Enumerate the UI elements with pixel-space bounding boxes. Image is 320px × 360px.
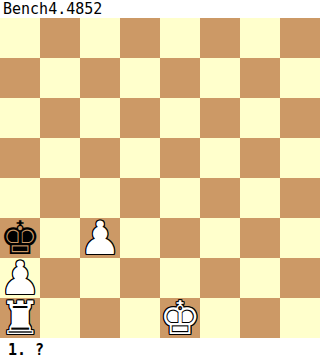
square-b3[interactable] <box>40 218 80 258</box>
square-d6[interactable] <box>120 98 160 138</box>
square-f7[interactable] <box>200 58 240 98</box>
square-g6[interactable] <box>240 98 280 138</box>
square-e6[interactable] <box>160 98 200 138</box>
square-e3[interactable] <box>160 218 200 258</box>
square-h3[interactable] <box>280 218 320 258</box>
square-e1[interactable]: ♚ <box>160 298 200 338</box>
square-b6[interactable] <box>40 98 80 138</box>
square-c5[interactable] <box>80 138 120 178</box>
square-c8[interactable] <box>80 18 120 58</box>
square-h1[interactable] <box>280 298 320 338</box>
square-d2[interactable] <box>120 258 160 298</box>
square-e5[interactable] <box>160 138 200 178</box>
square-e8[interactable] <box>160 18 200 58</box>
square-d1[interactable] <box>120 298 160 338</box>
square-b8[interactable] <box>40 18 80 58</box>
square-f1[interactable] <box>200 298 240 338</box>
square-e4[interactable] <box>160 178 200 218</box>
piece-white-king-e1[interactable]: ♚ <box>159 295 200 341</box>
square-c6[interactable] <box>80 98 120 138</box>
square-b1[interactable] <box>40 298 80 338</box>
piece-white-pawn-c3[interactable]: ♟ <box>79 215 120 261</box>
square-f5[interactable] <box>200 138 240 178</box>
square-d4[interactable] <box>120 178 160 218</box>
square-b2[interactable] <box>40 258 80 298</box>
square-e7[interactable] <box>160 58 200 98</box>
square-c1[interactable] <box>80 298 120 338</box>
square-g1[interactable] <box>240 298 280 338</box>
square-g7[interactable] <box>240 58 280 98</box>
square-h2[interactable] <box>280 258 320 298</box>
square-c7[interactable] <box>80 58 120 98</box>
square-h6[interactable] <box>280 98 320 138</box>
square-a8[interactable] <box>0 18 40 58</box>
chess-app-window: Bench4.4852 ♚♟♟♜♚ 1. ? <box>0 0 320 360</box>
square-f6[interactable] <box>200 98 240 138</box>
square-h8[interactable] <box>280 18 320 58</box>
square-g8[interactable] <box>240 18 280 58</box>
square-b5[interactable] <box>40 138 80 178</box>
square-d7[interactable] <box>120 58 160 98</box>
square-g2[interactable] <box>240 258 280 298</box>
square-c3[interactable]: ♟ <box>80 218 120 258</box>
square-h7[interactable] <box>280 58 320 98</box>
square-g5[interactable] <box>240 138 280 178</box>
square-f4[interactable] <box>200 178 240 218</box>
square-f8[interactable] <box>200 18 240 58</box>
square-f3[interactable] <box>200 218 240 258</box>
chess-board: ♚♟♟♜♚ <box>0 18 320 338</box>
square-h4[interactable] <box>280 178 320 218</box>
square-b4[interactable] <box>40 178 80 218</box>
square-a7[interactable] <box>0 58 40 98</box>
square-b7[interactable] <box>40 58 80 98</box>
position-title: Bench4.4852 <box>0 0 320 18</box>
square-a5[interactable] <box>0 138 40 178</box>
square-h5[interactable] <box>280 138 320 178</box>
square-d3[interactable] <box>120 218 160 258</box>
piece-white-rook-a1[interactable]: ♜ <box>0 295 41 341</box>
square-g3[interactable] <box>240 218 280 258</box>
square-d5[interactable] <box>120 138 160 178</box>
square-a1[interactable]: ♜ <box>0 298 40 338</box>
square-c2[interactable] <box>80 258 120 298</box>
square-a6[interactable] <box>0 98 40 138</box>
square-f2[interactable] <box>200 258 240 298</box>
square-d8[interactable] <box>120 18 160 58</box>
square-g4[interactable] <box>240 178 280 218</box>
